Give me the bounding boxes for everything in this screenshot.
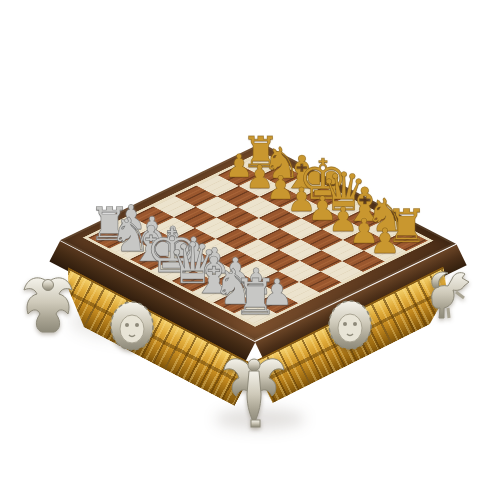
lion-mask-icon [326, 298, 374, 352]
eagle-foot-icon [22, 272, 74, 334]
pegasus-foot-icon [418, 266, 472, 322]
lion-mask-icon [108, 300, 156, 352]
chess-set-photo: ♜♞♝♚♛♝♞♜♟♟♟♟♟♟♟♟♟♟♟♟♟♟♟♟♜♞♝♚♛♝♞♜ [0, 0, 480, 480]
winged-victory-foot-icon [222, 350, 286, 428]
